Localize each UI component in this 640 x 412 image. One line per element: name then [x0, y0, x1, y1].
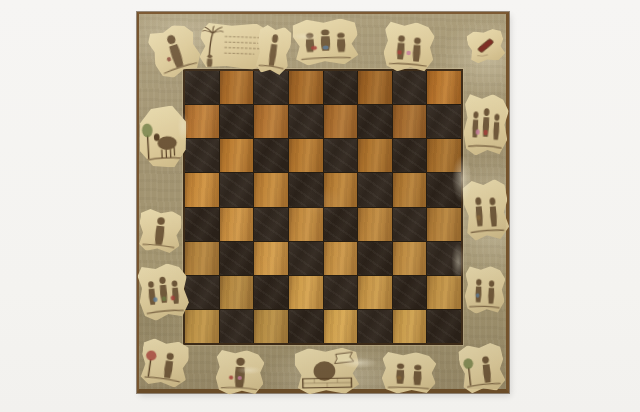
square-d4 — [289, 208, 323, 241]
vignette-crowd-scene-art — [292, 18, 359, 66]
square-h1 — [427, 310, 461, 343]
vignette-rocking-child — [215, 349, 265, 396]
square-g6 — [393, 139, 427, 172]
square-d5 — [289, 173, 323, 206]
square-f3 — [358, 242, 392, 275]
square-b1 — [220, 310, 254, 343]
square-a6 — [185, 139, 219, 172]
vignette-crowd-scene — [292, 18, 359, 66]
square-d7 — [289, 105, 323, 138]
square-f2 — [358, 276, 392, 309]
square-d3 — [289, 242, 323, 275]
vignette-humpty-dumpty-wall — [295, 347, 360, 394]
square-d2 — [289, 276, 323, 309]
square-e5 — [324, 173, 358, 206]
vignette-bottom-right-corner-figure-tree — [458, 342, 507, 394]
photo-caption: Antique decoupage chessboard, overhead p… — [0, 0, 1, 1]
square-b2 — [220, 276, 254, 309]
square-c5 — [254, 173, 288, 206]
vignette-two-figures-top-art — [382, 20, 435, 73]
square-d1 — [289, 310, 323, 343]
square-f4 — [358, 208, 392, 241]
vignette-left-figure — [137, 208, 183, 254]
square-g7 — [393, 105, 427, 138]
chessboard — [137, 12, 509, 393]
vignette-humpty-dumpty-wall-art — [295, 347, 360, 394]
square-b8 — [220, 71, 254, 104]
square-a1 — [185, 310, 219, 343]
square-h7 — [427, 105, 461, 138]
vignette-two-figures-top — [382, 20, 435, 73]
square-e1 — [324, 310, 358, 343]
square-h3 — [427, 242, 461, 275]
square-e6 — [324, 139, 358, 172]
vignette-top-right-corner-red-bundle — [466, 28, 506, 65]
square-f8 — [358, 71, 392, 104]
square-c2 — [254, 276, 288, 309]
square-c7 — [254, 105, 288, 138]
square-f6 — [358, 139, 392, 172]
vignette-right-flower-scene-art — [462, 93, 509, 157]
square-g5 — [393, 173, 427, 206]
square-h4 — [427, 208, 461, 241]
square-g4 — [393, 208, 427, 241]
vignette-bottom-left-corner-scene — [138, 337, 191, 389]
vignette-seated-pair-art — [381, 351, 436, 395]
vignette-bottom-right-corner-figure-tree-art — [458, 342, 507, 394]
vignette-seated-pair — [381, 351, 436, 395]
square-c6 — [254, 139, 288, 172]
square-a7 — [185, 105, 219, 138]
square-b6 — [220, 139, 254, 172]
square-a8 — [185, 71, 219, 104]
square-b3 — [220, 242, 254, 275]
square-b5 — [220, 173, 254, 206]
square-c4 — [254, 208, 288, 241]
square-h8 — [427, 71, 461, 104]
vignette-bottom-left-corner-scene-art — [138, 337, 191, 389]
vignette-rocking-child-art — [215, 349, 265, 396]
square-g3 — [393, 242, 427, 275]
square-d6 — [289, 139, 323, 172]
square-c1 — [254, 310, 288, 343]
vignette-right-standing-pair-art — [464, 265, 506, 314]
square-e8 — [324, 71, 358, 104]
chessboard-squares — [183, 69, 463, 345]
square-g2 — [393, 276, 427, 309]
square-a3 — [185, 242, 219, 275]
square-f7 — [358, 105, 392, 138]
square-f5 — [358, 173, 392, 206]
square-h2 — [427, 276, 461, 309]
square-h6 — [427, 139, 461, 172]
square-a5 — [185, 173, 219, 206]
square-a2 — [185, 276, 219, 309]
square-g8 — [393, 71, 427, 104]
square-d8 — [289, 71, 323, 104]
vignette-right-standing-pair — [464, 265, 506, 314]
square-h5 — [427, 173, 461, 206]
square-e2 — [324, 276, 358, 309]
vignette-animal-under-tree-hex-art — [137, 105, 188, 169]
square-c8 — [254, 71, 288, 104]
photo-background: Antique decoupage chessboard, overhead p… — [0, 0, 640, 412]
square-e4 — [324, 208, 358, 241]
square-g1 — [393, 310, 427, 343]
square-b7 — [220, 105, 254, 138]
square-c3 — [254, 242, 288, 275]
square-f1 — [358, 310, 392, 343]
square-a4 — [185, 208, 219, 241]
vignette-right-figures-art — [462, 179, 510, 242]
square-b4 — [220, 208, 254, 241]
square-e7 — [324, 105, 358, 138]
vignette-right-figures — [462, 179, 510, 242]
vignette-left-figure-art — [137, 208, 183, 254]
vignette-animal-under-tree-hex — [137, 105, 188, 169]
vignette-top-right-corner-red-bundle-art — [466, 28, 506, 65]
square-e3 — [324, 242, 358, 275]
vignette-right-flower-scene — [462, 93, 509, 157]
